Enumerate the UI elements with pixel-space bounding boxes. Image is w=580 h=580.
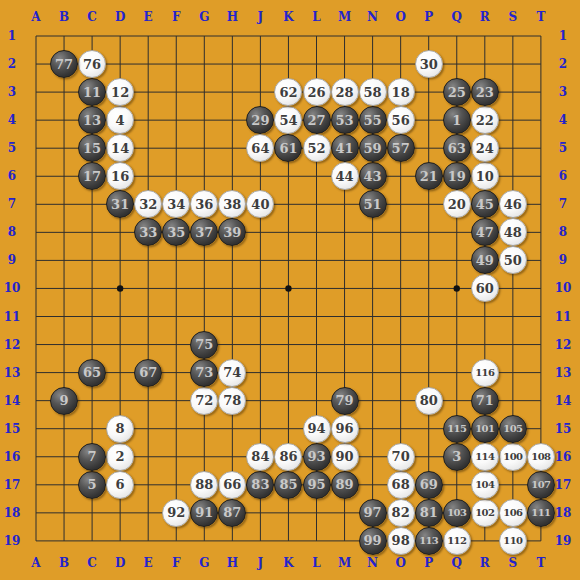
stone-white-40-J7[interactable]: 40 [246, 190, 274, 218]
stone-black-51-N7[interactable]: 51 [359, 190, 387, 218]
stone-black-47-R8[interactable]: 47 [471, 218, 499, 246]
stone-black-15-C5[interactable]: 15 [78, 134, 106, 162]
stone-white-60-R10[interactable]: 60 [471, 274, 499, 302]
stone-white-48-S8[interactable]: 48 [499, 218, 527, 246]
stone-black-103-Q18[interactable]: 103 [443, 499, 471, 527]
stone-black-35-F8[interactable]: 35 [162, 218, 190, 246]
stone-white-70-O16[interactable]: 70 [387, 443, 415, 471]
stone-black-81-P18[interactable]: 81 [415, 499, 443, 527]
stone-white-86-K16[interactable]: 86 [274, 443, 302, 471]
stone-black-45-R7[interactable]: 45 [471, 190, 499, 218]
stone-black-11-C3[interactable]: 11 [78, 78, 106, 106]
stone-black-111-T18[interactable]: 111 [527, 499, 555, 527]
stone-black-101-R15[interactable]: 101 [471, 415, 499, 443]
stone-white-94-L15[interactable]: 94 [303, 415, 331, 443]
stone-black-39-H8[interactable]: 39 [218, 218, 246, 246]
stone-black-5-C17[interactable]: 5 [78, 471, 106, 499]
stone-white-88-G17[interactable]: 88 [190, 471, 218, 499]
stone-white-22-R4[interactable]: 22 [471, 106, 499, 134]
stone-white-36-G7[interactable]: 36 [190, 190, 218, 218]
stone-black-73-G13[interactable]: 73 [190, 359, 218, 387]
stone-white-14-D5[interactable]: 14 [106, 134, 134, 162]
stone-black-69-P17[interactable]: 69 [415, 471, 443, 499]
stone-black-63-Q5[interactable]: 63 [443, 134, 471, 162]
stone-black-61-K5[interactable]: 61 [274, 134, 302, 162]
stone-white-72-G14[interactable]: 72 [190, 387, 218, 415]
stone-black-41-M5[interactable]: 41 [331, 134, 359, 162]
stone-white-84-J16[interactable]: 84 [246, 443, 274, 471]
stone-black-25-Q3[interactable]: 25 [443, 78, 471, 106]
stone-black-59-N5[interactable]: 59 [359, 134, 387, 162]
stone-black-89-M17[interactable]: 89 [331, 471, 359, 499]
stone-white-58-N3[interactable]: 58 [359, 78, 387, 106]
stone-black-13-C4[interactable]: 13 [78, 106, 106, 134]
stone-white-32-E7[interactable]: 32 [134, 190, 162, 218]
stone-white-24-R5[interactable]: 24 [471, 134, 499, 162]
stone-white-80-P14[interactable]: 80 [415, 387, 443, 415]
stone-black-105-S15[interactable]: 105 [499, 415, 527, 443]
stone-white-4-D4[interactable]: 4 [106, 106, 134, 134]
stone-black-9-B14[interactable]: 9 [50, 387, 78, 415]
stone-black-97-N18[interactable]: 97 [359, 499, 387, 527]
stone-white-46-S7[interactable]: 46 [499, 190, 527, 218]
stone-white-26-L3[interactable]: 26 [303, 78, 331, 106]
stone-white-56-O4[interactable]: 56 [387, 106, 415, 134]
stone-white-112-Q19[interactable]: 112 [443, 527, 471, 555]
stone-black-1-Q4[interactable]: 1 [443, 106, 471, 134]
stone-black-7-C16[interactable]: 7 [78, 443, 106, 471]
stone-white-108-T16[interactable]: 108 [527, 443, 555, 471]
stone-white-10-R6[interactable]: 10 [471, 162, 499, 190]
stone-white-54-K4[interactable]: 54 [274, 106, 302, 134]
stone-white-30-P2[interactable]: 30 [415, 50, 443, 78]
stone-white-74-H13[interactable]: 74 [218, 359, 246, 387]
stone-white-6-D17[interactable]: 6 [106, 471, 134, 499]
stone-black-65-C13[interactable]: 65 [78, 359, 106, 387]
stone-black-115-Q15[interactable]: 115 [443, 415, 471, 443]
stone-black-99-N19[interactable]: 99 [359, 527, 387, 555]
stone-white-92-F18[interactable]: 92 [162, 499, 190, 527]
stone-white-90-M16[interactable]: 90 [331, 443, 359, 471]
stone-white-98-O19[interactable]: 98 [387, 527, 415, 555]
stone-white-82-O18[interactable]: 82 [387, 499, 415, 527]
stone-black-29-J4[interactable]: 29 [246, 106, 274, 134]
stone-black-95-L17[interactable]: 95 [303, 471, 331, 499]
stone-white-28-M3[interactable]: 28 [331, 78, 359, 106]
stone-white-100-S16[interactable]: 100 [499, 443, 527, 471]
stone-white-114-R16[interactable]: 114 [471, 443, 499, 471]
stone-black-57-O5[interactable]: 57 [387, 134, 415, 162]
stone-white-62-K3[interactable]: 62 [274, 78, 302, 106]
stone-white-106-S18[interactable]: 106 [499, 499, 527, 527]
stone-black-33-E8[interactable]: 33 [134, 218, 162, 246]
stone-white-20-Q7[interactable]: 20 [443, 190, 471, 218]
stone-black-93-L16[interactable]: 93 [303, 443, 331, 471]
stone-black-85-K17[interactable]: 85 [274, 471, 302, 499]
stone-white-16-D6[interactable]: 16 [106, 162, 134, 190]
stone-black-53-M4[interactable]: 53 [331, 106, 359, 134]
stone-white-102-R18[interactable]: 102 [471, 499, 499, 527]
stone-white-8-D15[interactable]: 8 [106, 415, 134, 443]
star-point-K10 [285, 285, 291, 291]
stone-white-44-M6[interactable]: 44 [331, 162, 359, 190]
stone-black-67-E13[interactable]: 67 [134, 359, 162, 387]
stone-black-27-L4[interactable]: 27 [303, 106, 331, 134]
stone-white-64-J5[interactable]: 64 [246, 134, 274, 162]
star-point-D10 [117, 285, 123, 291]
stone-white-52-L5[interactable]: 52 [303, 134, 331, 162]
star-point-Q10 [454, 285, 460, 291]
stone-black-23-R3[interactable]: 23 [471, 78, 499, 106]
stone-white-66-H17[interactable]: 66 [218, 471, 246, 499]
stone-black-21-P6[interactable]: 21 [415, 162, 443, 190]
stone-white-110-S19[interactable]: 110 [499, 527, 527, 555]
stone-white-38-H7[interactable]: 38 [218, 190, 246, 218]
stone-black-75-G12[interactable]: 75 [190, 331, 218, 359]
stone-white-12-D3[interactable]: 12 [106, 78, 134, 106]
stone-black-31-D7[interactable]: 31 [106, 190, 134, 218]
stone-white-76-C2[interactable]: 76 [78, 50, 106, 78]
stone-black-55-N4[interactable]: 55 [359, 106, 387, 134]
stone-black-19-Q6[interactable]: 19 [443, 162, 471, 190]
stone-black-43-N6[interactable]: 43 [359, 162, 387, 190]
go-board[interactable]: AABBCCDDEEFFGGHHJJKKLLMMNNOOPPQQRRSSTT11… [0, 0, 580, 580]
stone-white-68-O17[interactable]: 68 [387, 471, 415, 499]
stone-black-17-C6[interactable]: 17 [78, 162, 106, 190]
stone-black-49-R9[interactable]: 49 [471, 246, 499, 274]
stone-white-34-F7[interactable]: 34 [162, 190, 190, 218]
stone-black-83-J17[interactable]: 83 [246, 471, 274, 499]
stone-white-50-S9[interactable]: 50 [499, 246, 527, 274]
stone-black-79-M14[interactable]: 79 [331, 387, 359, 415]
stone-black-107-T17[interactable]: 107 [527, 471, 555, 499]
stone-white-116-R13[interactable]: 116 [471, 359, 499, 387]
stone-white-78-H14[interactable]: 78 [218, 387, 246, 415]
stone-white-2-D16[interactable]: 2 [106, 443, 134, 471]
stone-black-3-Q16[interactable]: 3 [443, 443, 471, 471]
stone-black-113-P19[interactable]: 113 [415, 527, 443, 555]
stone-black-91-G18[interactable]: 91 [190, 499, 218, 527]
stone-black-77-B2[interactable]: 77 [50, 50, 78, 78]
stone-white-96-M15[interactable]: 96 [331, 415, 359, 443]
stone-white-104-R17[interactable]: 104 [471, 471, 499, 499]
stone-black-87-H18[interactable]: 87 [218, 499, 246, 527]
stone-black-71-R14[interactable]: 71 [471, 387, 499, 415]
stone-white-18-O3[interactable]: 18 [387, 78, 415, 106]
stone-black-37-G8[interactable]: 37 [190, 218, 218, 246]
